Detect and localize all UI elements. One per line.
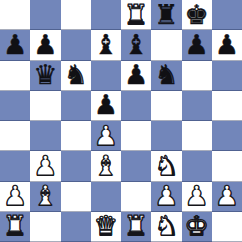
square-b4[interactable] [30,121,60,151]
square-h4[interactable] [212,121,242,151]
square-h5[interactable] [212,91,242,121]
square-e5[interactable] [121,91,151,121]
square-g7[interactable]: ♟ [182,30,212,60]
square-g4[interactable] [182,121,212,151]
black-knight-piece[interactable]: ♞ [64,61,88,88]
square-b5[interactable] [30,91,60,121]
square-c4[interactable] [61,121,91,151]
square-e1[interactable]: ♜ [121,212,151,242]
square-a1[interactable]: ♜ [0,212,30,242]
square-h1[interactable] [212,212,242,242]
white-rook-piece[interactable]: ♜ [124,212,148,239]
square-c2[interactable] [61,182,91,212]
black-knight-piece[interactable]: ♞ [154,61,178,88]
chess-board: ♜♜♚♟♟♝♝♟♟♛♞♟♞♟♟♟♝♞♟♝♟♟♟♜♛♜♞♚ [0,0,242,242]
square-g6[interactable] [182,61,212,91]
square-c3[interactable] [61,151,91,181]
square-b3[interactable]: ♟ [30,151,60,181]
square-d2[interactable] [91,182,121,212]
square-b2[interactable]: ♝ [30,182,60,212]
white-pawn-piece[interactable]: ♟ [215,182,239,209]
square-c1[interactable] [61,212,91,242]
square-b6[interactable]: ♛ [30,61,60,91]
square-a6[interactable] [0,61,30,91]
black-pawn-piece[interactable]: ♟ [94,91,118,118]
white-pawn-piece[interactable]: ♟ [3,182,27,209]
square-g2[interactable]: ♟ [182,182,212,212]
square-e4[interactable] [121,121,151,151]
square-c7[interactable] [61,30,91,60]
square-d5[interactable]: ♟ [91,91,121,121]
black-king-piece[interactable]: ♚ [185,1,209,28]
square-a4[interactable] [0,121,30,151]
square-a3[interactable] [0,151,30,181]
square-a7[interactable]: ♟ [0,30,30,60]
black-bishop-piece[interactable]: ♝ [124,31,148,58]
white-pawn-piece[interactable]: ♟ [154,182,178,209]
square-f5[interactable] [151,91,181,121]
square-f3[interactable]: ♞ [151,151,181,181]
black-bishop-piece[interactable]: ♝ [94,31,118,58]
square-a5[interactable] [0,91,30,121]
square-e8[interactable]: ♜ [121,0,151,30]
white-king-piece[interactable]: ♚ [185,212,209,239]
square-a8[interactable] [0,0,30,30]
square-f7[interactable] [151,30,181,60]
white-rook-piece[interactable]: ♜ [3,212,27,239]
square-g8[interactable]: ♚ [182,0,212,30]
square-f6[interactable]: ♞ [151,61,181,91]
black-pawn-piece[interactable]: ♟ [3,31,27,58]
square-d7[interactable]: ♝ [91,30,121,60]
white-bishop-piece[interactable]: ♝ [33,182,57,209]
square-b7[interactable]: ♟ [30,30,60,60]
square-e2[interactable] [121,182,151,212]
square-h8[interactable] [212,0,242,30]
square-b1[interactable] [30,212,60,242]
black-queen-piece[interactable]: ♛ [33,61,57,88]
white-pawn-piece[interactable]: ♟ [33,152,57,179]
black-rook-piece[interactable]: ♜ [154,1,178,28]
square-d4[interactable]: ♟ [91,121,121,151]
square-g5[interactable] [182,91,212,121]
square-b8[interactable] [30,0,60,30]
square-g1[interactable]: ♚ [182,212,212,242]
square-h6[interactable] [212,61,242,91]
square-e6[interactable]: ♟ [121,61,151,91]
white-bishop-piece[interactable]: ♝ [94,152,118,179]
square-d3[interactable]: ♝ [91,151,121,181]
square-f2[interactable]: ♟ [151,182,181,212]
square-h7[interactable]: ♟ [212,30,242,60]
black-pawn-piece[interactable]: ♟ [185,31,209,58]
square-f4[interactable] [151,121,181,151]
black-pawn-piece[interactable]: ♟ [124,61,148,88]
square-d6[interactable] [91,61,121,91]
white-pawn-piece[interactable]: ♟ [185,182,209,209]
black-pawn-piece[interactable]: ♟ [215,31,239,58]
square-h2[interactable]: ♟ [212,182,242,212]
white-knight-piece[interactable]: ♞ [154,212,178,239]
square-c5[interactable] [61,91,91,121]
square-f1[interactable]: ♞ [151,212,181,242]
white-rook-piece[interactable]: ♜ [124,1,148,28]
square-g3[interactable] [182,151,212,181]
black-pawn-piece[interactable]: ♟ [33,31,57,58]
square-e7[interactable]: ♝ [121,30,151,60]
square-d1[interactable]: ♛ [91,212,121,242]
square-a2[interactable]: ♟ [0,182,30,212]
white-knight-piece[interactable]: ♞ [154,152,178,179]
square-e3[interactable] [121,151,151,181]
square-d8[interactable] [91,0,121,30]
square-h3[interactable] [212,151,242,181]
square-c8[interactable] [61,0,91,30]
square-f8[interactable]: ♜ [151,0,181,30]
white-queen-piece[interactable]: ♛ [94,212,118,239]
white-pawn-piece[interactable]: ♟ [94,122,118,149]
square-c6[interactable]: ♞ [61,61,91,91]
